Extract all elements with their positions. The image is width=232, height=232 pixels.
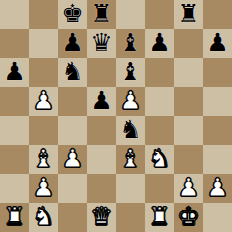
square-e8[interactable]: [116, 0, 145, 29]
square-e6[interactable]: ♝: [116, 58, 145, 87]
square-b5[interactable]: ♟: [29, 87, 58, 116]
square-f7[interactable]: ♟: [145, 29, 174, 58]
square-e3[interactable]: ♝: [116, 145, 145, 174]
piece-black-queen: ♛: [90, 28, 112, 57]
piece-black-pawn: ♟: [206, 28, 228, 57]
square-a7[interactable]: [0, 29, 29, 58]
square-e1[interactable]: [116, 203, 145, 232]
piece-black-pawn: ♟: [148, 28, 170, 57]
square-d1[interactable]: ♛: [87, 203, 116, 232]
square-d6[interactable]: [87, 58, 116, 87]
square-d2[interactable]: [87, 174, 116, 203]
piece-white-knight: ♞: [148, 144, 170, 173]
piece-black-pawn: ♟: [61, 28, 83, 57]
square-c3[interactable]: ♟: [58, 145, 87, 174]
piece-white-king: ♚: [177, 202, 199, 231]
piece-white-rook: ♜: [3, 202, 25, 231]
piece-white-rook: ♜: [148, 202, 170, 231]
piece-black-king: ♚: [61, 0, 83, 28]
square-b3[interactable]: ♝: [29, 145, 58, 174]
square-h7[interactable]: ♟: [203, 29, 232, 58]
square-a4[interactable]: [0, 116, 29, 145]
square-h3[interactable]: [203, 145, 232, 174]
piece-black-rook: ♜: [177, 0, 199, 28]
piece-black-knight: ♞: [61, 57, 83, 86]
square-g5[interactable]: [174, 87, 203, 116]
piece-black-rook: ♜: [90, 0, 112, 28]
square-a1[interactable]: ♜: [0, 203, 29, 232]
piece-white-bishop: ♝: [119, 144, 141, 173]
piece-white-knight: ♞: [32, 202, 54, 231]
square-b4[interactable]: [29, 116, 58, 145]
square-b2[interactable]: ♟: [29, 174, 58, 203]
piece-white-pawn: ♟: [32, 173, 54, 202]
piece-black-knight: ♞: [119, 115, 141, 144]
square-e4[interactable]: ♞: [116, 116, 145, 145]
square-h2[interactable]: ♟: [203, 174, 232, 203]
square-a5[interactable]: [0, 87, 29, 116]
square-g7[interactable]: [174, 29, 203, 58]
square-h4[interactable]: [203, 116, 232, 145]
piece-white-pawn: ♟: [61, 144, 83, 173]
piece-black-bishop: ♝: [119, 28, 141, 57]
square-f6[interactable]: [145, 58, 174, 87]
square-d5[interactable]: ♟: [87, 87, 116, 116]
piece-white-bishop: ♝: [32, 144, 54, 173]
square-d7[interactable]: ♛: [87, 29, 116, 58]
square-g3[interactable]: [174, 145, 203, 174]
square-h8[interactable]: [203, 0, 232, 29]
piece-white-queen: ♛: [90, 202, 112, 231]
square-f2[interactable]: [145, 174, 174, 203]
square-c4[interactable]: [58, 116, 87, 145]
piece-black-pawn: ♟: [90, 86, 112, 115]
square-h6[interactable]: [203, 58, 232, 87]
square-f8[interactable]: [145, 0, 174, 29]
square-e2[interactable]: [116, 174, 145, 203]
square-c5[interactable]: [58, 87, 87, 116]
square-d4[interactable]: [87, 116, 116, 145]
square-f5[interactable]: [145, 87, 174, 116]
piece-black-pawn: ♟: [3, 57, 25, 86]
piece-white-pawn: ♟: [177, 173, 199, 202]
square-b1[interactable]: ♞: [29, 203, 58, 232]
square-c7[interactable]: ♟: [58, 29, 87, 58]
square-b6[interactable]: [29, 58, 58, 87]
square-f3[interactable]: ♞: [145, 145, 174, 174]
piece-white-pawn: ♟: [206, 173, 228, 202]
chess-board: ♚♜♜♟♛♝♟♟♟♞♝♟♟♟♞♝♟♝♞♟♟♟♜♞♛♜♚: [0, 0, 232, 232]
square-f4[interactable]: [145, 116, 174, 145]
square-h5[interactable]: [203, 87, 232, 116]
square-a3[interactable]: [0, 145, 29, 174]
square-g1[interactable]: ♚: [174, 203, 203, 232]
piece-white-pawn: ♟: [32, 86, 54, 115]
square-d8[interactable]: ♜: [87, 0, 116, 29]
square-a6[interactable]: ♟: [0, 58, 29, 87]
square-d3[interactable]: [87, 145, 116, 174]
square-g8[interactable]: ♜: [174, 0, 203, 29]
square-g2[interactable]: ♟: [174, 174, 203, 203]
square-g4[interactable]: [174, 116, 203, 145]
square-h1[interactable]: [203, 203, 232, 232]
square-c6[interactable]: ♞: [58, 58, 87, 87]
square-c8[interactable]: ♚: [58, 0, 87, 29]
square-b7[interactable]: [29, 29, 58, 58]
square-e7[interactable]: ♝: [116, 29, 145, 58]
square-f1[interactable]: ♜: [145, 203, 174, 232]
square-c2[interactable]: [58, 174, 87, 203]
piece-white-pawn: ♟: [119, 86, 141, 115]
square-e5[interactable]: ♟: [116, 87, 145, 116]
square-b8[interactable]: [29, 0, 58, 29]
square-a2[interactable]: [0, 174, 29, 203]
square-a8[interactable]: [0, 0, 29, 29]
piece-black-bishop: ♝: [119, 57, 141, 86]
square-g6[interactable]: [174, 58, 203, 87]
square-c1[interactable]: [58, 203, 87, 232]
